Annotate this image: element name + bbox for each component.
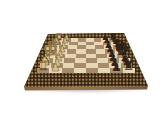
square-r7c5 (98, 68, 110, 73)
square-r7c3 (74, 68, 86, 73)
square-r7c0: ♜ (37, 68, 49, 73)
square-r7c6: ♟ (110, 68, 122, 73)
square-r7c7: ♜ (123, 68, 135, 73)
chess-board: ♜♟♟♜♞♟♟♞♝♟♟♝♛♟♟♛♚♟♟♚♝♟♟♝♞♟♟♞♜♟♟♜ (36, 38, 136, 73)
square-r7c2 (62, 68, 74, 73)
square-r7c1: ♟ (49, 68, 61, 73)
chess-set-photo: ♜♟♟♜♞♟♟♞♝♟♟♝♛♟♟♛♚♟♟♚♝♟♟♝♞♟♟♞♜♟♟♜ (0, 0, 166, 120)
board-rank: ♜♟♟♜ (37, 68, 134, 73)
square-r7c4 (86, 68, 98, 73)
